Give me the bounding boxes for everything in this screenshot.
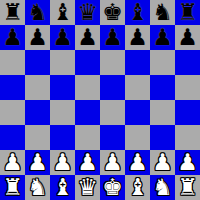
square-d6[interactable] bbox=[75, 50, 100, 75]
square-h1[interactable]: ♜ bbox=[175, 175, 200, 200]
square-f3[interactable] bbox=[125, 125, 150, 150]
square-e5[interactable] bbox=[100, 75, 125, 100]
square-e4[interactable] bbox=[100, 100, 125, 125]
white-pawn-piece[interactable]: ♟ bbox=[2, 150, 23, 175]
square-b5[interactable] bbox=[25, 75, 50, 100]
white-bishop-piece[interactable]: ♝ bbox=[127, 175, 148, 200]
white-knight-piece[interactable]: ♞ bbox=[152, 175, 173, 200]
square-g1[interactable]: ♞ bbox=[150, 175, 175, 200]
black-rook-piece[interactable]: ♜ bbox=[2, 0, 23, 25]
square-g8[interactable]: ♞ bbox=[150, 0, 175, 25]
square-f2[interactable]: ♟ bbox=[125, 150, 150, 175]
square-b7[interactable]: ♟ bbox=[25, 25, 50, 50]
square-g6[interactable] bbox=[150, 50, 175, 75]
square-h4[interactable] bbox=[175, 100, 200, 125]
black-rook-piece[interactable]: ♜ bbox=[177, 0, 198, 25]
square-c5[interactable] bbox=[50, 75, 75, 100]
black-pawn-piece[interactable]: ♟ bbox=[52, 25, 73, 50]
square-c7[interactable]: ♟ bbox=[50, 25, 75, 50]
square-b1[interactable]: ♞ bbox=[25, 175, 50, 200]
square-h2[interactable]: ♟ bbox=[175, 150, 200, 175]
square-g4[interactable] bbox=[150, 100, 175, 125]
square-f4[interactable] bbox=[125, 100, 150, 125]
square-e3[interactable] bbox=[100, 125, 125, 150]
white-pawn-piece[interactable]: ♟ bbox=[102, 150, 123, 175]
black-pawn-piece[interactable]: ♟ bbox=[2, 25, 23, 50]
white-rook-piece[interactable]: ♜ bbox=[177, 175, 198, 200]
square-b2[interactable]: ♟ bbox=[25, 150, 50, 175]
square-a8[interactable]: ♜ bbox=[0, 0, 25, 25]
square-e1[interactable]: ♚ bbox=[100, 175, 125, 200]
black-pawn-piece[interactable]: ♟ bbox=[152, 25, 173, 50]
square-e2[interactable]: ♟ bbox=[100, 150, 125, 175]
square-d4[interactable] bbox=[75, 100, 100, 125]
square-d5[interactable] bbox=[75, 75, 100, 100]
black-bishop-piece[interactable]: ♝ bbox=[127, 0, 148, 25]
square-e6[interactable] bbox=[100, 50, 125, 75]
square-b3[interactable] bbox=[25, 125, 50, 150]
white-pawn-piece[interactable]: ♟ bbox=[177, 150, 198, 175]
black-pawn-piece[interactable]: ♟ bbox=[127, 25, 148, 50]
square-h5[interactable] bbox=[175, 75, 200, 100]
square-f6[interactable] bbox=[125, 50, 150, 75]
black-pawn-piece[interactable]: ♟ bbox=[102, 25, 123, 50]
square-f5[interactable] bbox=[125, 75, 150, 100]
square-a3[interactable] bbox=[0, 125, 25, 150]
square-f1[interactable]: ♝ bbox=[125, 175, 150, 200]
white-king-piece[interactable]: ♚ bbox=[102, 175, 123, 200]
square-g5[interactable] bbox=[150, 75, 175, 100]
square-b4[interactable] bbox=[25, 100, 50, 125]
square-c3[interactable] bbox=[50, 125, 75, 150]
square-f7[interactable]: ♟ bbox=[125, 25, 150, 50]
black-pawn-piece[interactable]: ♟ bbox=[27, 25, 48, 50]
black-knight-piece[interactable]: ♞ bbox=[27, 0, 48, 25]
white-bishop-piece[interactable]: ♝ bbox=[52, 175, 73, 200]
square-a4[interactable] bbox=[0, 100, 25, 125]
square-d2[interactable]: ♟ bbox=[75, 150, 100, 175]
square-e7[interactable]: ♟ bbox=[100, 25, 125, 50]
square-d7[interactable]: ♟ bbox=[75, 25, 100, 50]
square-a7[interactable]: ♟ bbox=[0, 25, 25, 50]
square-a2[interactable]: ♟ bbox=[0, 150, 25, 175]
black-queen-piece[interactable]: ♛ bbox=[77, 0, 98, 25]
square-c6[interactable] bbox=[50, 50, 75, 75]
square-g3[interactable] bbox=[150, 125, 175, 150]
square-c8[interactable]: ♝ bbox=[50, 0, 75, 25]
square-h7[interactable]: ♟ bbox=[175, 25, 200, 50]
square-a5[interactable] bbox=[0, 75, 25, 100]
square-f8[interactable]: ♝ bbox=[125, 0, 150, 25]
white-knight-piece[interactable]: ♞ bbox=[27, 175, 48, 200]
square-c2[interactable]: ♟ bbox=[50, 150, 75, 175]
square-d8[interactable]: ♛ bbox=[75, 0, 100, 25]
white-pawn-piece[interactable]: ♟ bbox=[77, 150, 98, 175]
chess-board: ♜♞♝♛♚♝♞♜♟♟♟♟♟♟♟♟♟♟♟♟♟♟♟♟♜♞♝♛♚♝♞♜ bbox=[0, 0, 200, 200]
white-rook-piece[interactable]: ♜ bbox=[2, 175, 23, 200]
square-c1[interactable]: ♝ bbox=[50, 175, 75, 200]
square-c4[interactable] bbox=[50, 100, 75, 125]
square-h6[interactable] bbox=[175, 50, 200, 75]
square-g2[interactable]: ♟ bbox=[150, 150, 175, 175]
square-a6[interactable] bbox=[0, 50, 25, 75]
black-king-piece[interactable]: ♚ bbox=[102, 0, 123, 25]
square-b8[interactable]: ♞ bbox=[25, 0, 50, 25]
white-pawn-piece[interactable]: ♟ bbox=[152, 150, 173, 175]
black-pawn-piece[interactable]: ♟ bbox=[77, 25, 98, 50]
square-h3[interactable] bbox=[175, 125, 200, 150]
square-d1[interactable]: ♛ bbox=[75, 175, 100, 200]
black-bishop-piece[interactable]: ♝ bbox=[52, 0, 73, 25]
square-h8[interactable]: ♜ bbox=[175, 0, 200, 25]
square-g7[interactable]: ♟ bbox=[150, 25, 175, 50]
square-a1[interactable]: ♜ bbox=[0, 175, 25, 200]
white-queen-piece[interactable]: ♛ bbox=[77, 175, 98, 200]
black-pawn-piece[interactable]: ♟ bbox=[177, 25, 198, 50]
square-e8[interactable]: ♚ bbox=[100, 0, 125, 25]
white-pawn-piece[interactable]: ♟ bbox=[27, 150, 48, 175]
white-pawn-piece[interactable]: ♟ bbox=[52, 150, 73, 175]
white-pawn-piece[interactable]: ♟ bbox=[127, 150, 148, 175]
square-b6[interactable] bbox=[25, 50, 50, 75]
square-d3[interactable] bbox=[75, 125, 100, 150]
black-knight-piece[interactable]: ♞ bbox=[152, 0, 173, 25]
